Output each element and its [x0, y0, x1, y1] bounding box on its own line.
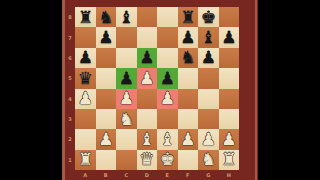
white-pawn-e4: ♟	[160, 90, 175, 107]
square-e4[interactable]: ♟	[157, 89, 178, 109]
white-pawn-c4: ♟	[119, 90, 134, 107]
square-a4[interactable]: ♟	[75, 89, 96, 109]
file-label-h: H	[219, 170, 240, 180]
black-bishop-g7: ♝	[201, 29, 216, 46]
file-labels: ABCDEFGH	[75, 170, 239, 180]
square-h1[interactable]: ♜	[219, 150, 240, 170]
rank-label-3: 3	[65, 109, 75, 129]
square-f5[interactable]	[178, 68, 199, 88]
square-g4[interactable]	[198, 89, 219, 109]
square-c6[interactable]	[116, 48, 137, 68]
square-d4[interactable]	[137, 89, 158, 109]
square-f1[interactable]	[178, 150, 199, 170]
square-g3[interactable]	[198, 109, 219, 129]
black-pawn-f7: ♟	[180, 29, 195, 46]
square-a2[interactable]	[75, 129, 96, 149]
file-label-d: D	[137, 170, 158, 180]
square-b4[interactable]	[96, 89, 117, 109]
frame-stripe-right	[255, 0, 257, 180]
square-d3[interactable]	[137, 109, 158, 129]
file-label-c: C	[116, 170, 137, 180]
black-king-g8: ♚	[201, 8, 216, 25]
rank-label-1: 1	[65, 150, 75, 170]
white-queen-d1: ♛	[139, 151, 154, 168]
square-d8[interactable]	[137, 7, 158, 27]
square-e8[interactable]	[157, 7, 178, 27]
black-knight-b8: ♞	[98, 8, 113, 25]
file-label-b: B	[96, 170, 117, 180]
square-h2[interactable]: ♟	[219, 129, 240, 149]
white-bishop-e2: ♝	[160, 130, 175, 147]
black-queen-a5: ♛	[78, 69, 93, 86]
square-e5[interactable]: ♟	[157, 68, 178, 88]
square-c5[interactable]: ♟	[116, 68, 137, 88]
board-grid: ♜♞♝♜♚♟♟♝♟♟♟♞♟♛♟♟♟♟♟♟♞♟♝♝♟♟♟♜♛♚♞♜	[75, 7, 239, 170]
board-frame: 87654321 ABCDEFGH ♜♞♝♜♚♟♟♝♟♟♟♞♟♛♟♟♟♟♟♟♞♟…	[62, 0, 258, 180]
white-pawn-a4: ♟	[78, 90, 93, 107]
square-b2[interactable]: ♟	[96, 129, 117, 149]
square-d5[interactable]: ♟	[137, 68, 158, 88]
square-g1[interactable]: ♞	[198, 150, 219, 170]
rank-label-6: 6	[65, 48, 75, 68]
square-g8[interactable]: ♚	[198, 7, 219, 27]
rank-label-4: 4	[65, 89, 75, 109]
square-c1[interactable]	[116, 150, 137, 170]
square-d2[interactable]: ♝	[137, 129, 158, 149]
square-h3[interactable]	[219, 109, 240, 129]
square-a7[interactable]	[75, 27, 96, 47]
black-pawn-c5: ♟	[119, 69, 134, 86]
square-a6[interactable]: ♟	[75, 48, 96, 68]
rank-label-2: 2	[65, 129, 75, 149]
white-king-e1: ♚	[160, 151, 175, 168]
square-c7[interactable]	[116, 27, 137, 47]
square-b3[interactable]	[96, 109, 117, 129]
square-f8[interactable]: ♜	[178, 7, 199, 27]
white-bishop-d2: ♝	[139, 130, 154, 147]
square-e6[interactable]	[157, 48, 178, 68]
square-d7[interactable]	[137, 27, 158, 47]
square-b7[interactable]: ♟	[96, 27, 117, 47]
white-pawn-h2: ♟	[221, 130, 236, 147]
square-b6[interactable]	[96, 48, 117, 68]
black-pawn-h7: ♟	[221, 29, 236, 46]
white-rook-h1: ♜	[221, 151, 236, 168]
square-h6[interactable]	[219, 48, 240, 68]
square-f3[interactable]	[178, 109, 199, 129]
letterbox-right	[258, 0, 320, 180]
file-label-a: A	[75, 170, 96, 180]
square-a8[interactable]: ♜	[75, 7, 96, 27]
square-f7[interactable]: ♟	[178, 27, 199, 47]
black-pawn-d6: ♟	[139, 49, 154, 66]
square-g6[interactable]: ♟	[198, 48, 219, 68]
file-label-f: F	[178, 170, 199, 180]
square-f6[interactable]: ♞	[178, 48, 199, 68]
square-g2[interactable]: ♟	[198, 129, 219, 149]
white-knight-g1: ♞	[201, 151, 216, 168]
black-pawn-a6: ♟	[78, 49, 93, 66]
square-h4[interactable]	[219, 89, 240, 109]
rank-label-5: 5	[65, 68, 75, 88]
letterbox-left	[0, 0, 62, 180]
white-pawn-g2: ♟	[201, 130, 216, 147]
square-e1[interactable]: ♚	[157, 150, 178, 170]
rank-labels: 87654321	[65, 7, 75, 170]
square-h5[interactable]	[219, 68, 240, 88]
white-knight-c3: ♞	[119, 110, 134, 127]
black-pawn-b7: ♟	[98, 29, 113, 46]
black-pawn-e5: ♟	[160, 69, 175, 86]
black-knight-f6: ♞	[180, 49, 195, 66]
file-label-g: G	[198, 170, 219, 180]
file-label-e: E	[157, 170, 178, 180]
white-pawn-f2: ♟	[180, 130, 195, 147]
square-c8[interactable]: ♝	[116, 7, 137, 27]
white-pawn-d5: ♟	[139, 69, 154, 86]
black-rook-f8: ♜	[180, 8, 195, 25]
square-c2[interactable]	[116, 129, 137, 149]
square-d6[interactable]: ♟	[137, 48, 158, 68]
square-f4[interactable]	[178, 89, 199, 109]
square-h7[interactable]: ♟	[219, 27, 240, 47]
square-d1[interactable]: ♛	[137, 150, 158, 170]
square-c4[interactable]: ♟	[116, 89, 137, 109]
square-a5[interactable]: ♛	[75, 68, 96, 88]
white-rook-a1: ♜	[78, 151, 93, 168]
square-g5[interactable]	[198, 68, 219, 88]
square-a3[interactable]	[75, 109, 96, 129]
square-e7[interactable]	[157, 27, 178, 47]
square-h8[interactable]	[219, 7, 240, 27]
square-g7[interactable]: ♝	[198, 27, 219, 47]
white-pawn-b2: ♟	[98, 130, 113, 147]
square-c3[interactable]: ♞	[116, 109, 137, 129]
black-rook-a8: ♜	[78, 8, 93, 25]
square-f2[interactable]: ♟	[178, 129, 199, 149]
black-pawn-g6: ♟	[201, 49, 216, 66]
square-b1[interactable]	[96, 150, 117, 170]
rank-label-7: 7	[65, 27, 75, 47]
square-b8[interactable]: ♞	[96, 7, 117, 27]
square-e2[interactable]: ♝	[157, 129, 178, 149]
square-a1[interactable]: ♜	[75, 150, 96, 170]
square-e3[interactable]	[157, 109, 178, 129]
square-b5[interactable]	[96, 68, 117, 88]
black-bishop-c8: ♝	[119, 8, 134, 25]
rank-label-8: 8	[65, 7, 75, 27]
